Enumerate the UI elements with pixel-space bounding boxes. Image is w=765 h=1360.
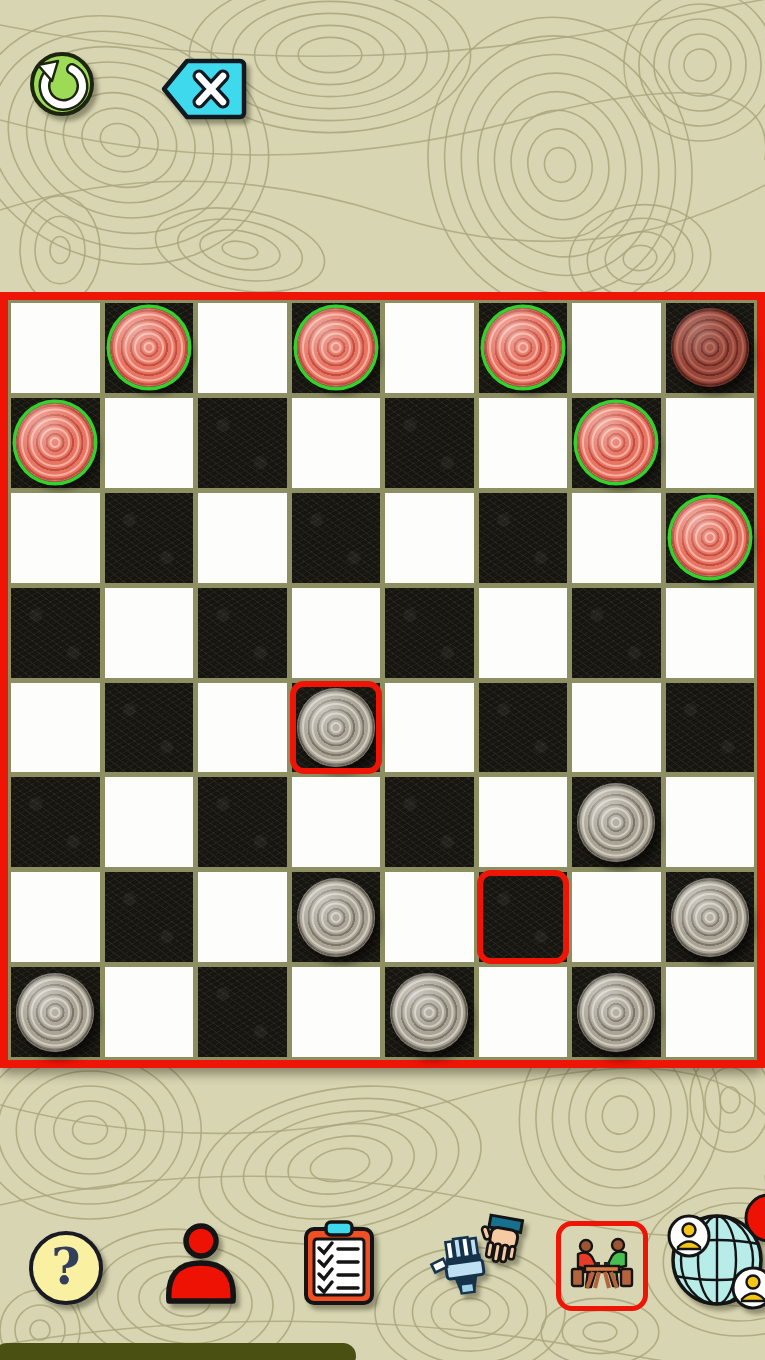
players-at-table-icon: [569, 1234, 635, 1298]
app-screen: ?: [0, 0, 765, 1360]
square-r1c7[interactable]: [572, 303, 661, 393]
red-piece[interactable]: [671, 308, 749, 387]
square-r7c5[interactable]: [385, 872, 474, 962]
backspace-x-icon: [164, 61, 244, 117]
restart-icon: [32, 54, 92, 114]
red-piece[interactable]: [110, 308, 188, 387]
square-r1c1[interactable]: [11, 303, 100, 393]
robot-hand-and-human-hand-icon: [428, 1214, 522, 1297]
square-r2c5[interactable]: [385, 398, 474, 488]
square-r4c6[interactable]: [479, 588, 568, 678]
square-r2c8[interactable]: [666, 398, 755, 488]
user-badge: [733, 1268, 765, 1308]
square-r4c7[interactable]: [572, 588, 661, 678]
gray-piece[interactable]: [577, 973, 655, 1052]
square-r6c4[interactable]: [292, 777, 381, 867]
square-r6c8[interactable]: [666, 777, 755, 867]
red-piece[interactable]: [297, 308, 375, 387]
vs-computer-button[interactable]: [428, 1212, 530, 1304]
gray-piece[interactable]: [297, 878, 375, 957]
two-player-local-button[interactable]: [556, 1221, 648, 1311]
checklist-clipboard-icon: [306, 1222, 372, 1303]
red-piece[interactable]: [577, 403, 655, 482]
profile-button[interactable]: [160, 1222, 242, 1306]
square-r7c6[interactable]: [479, 872, 568, 962]
square-r4c5[interactable]: [385, 588, 474, 678]
square-r2c6[interactable]: [479, 398, 568, 488]
square-r7c3[interactable]: [198, 872, 287, 962]
square-r8c5[interactable]: [385, 967, 474, 1057]
square-r4c3[interactable]: [198, 588, 287, 678]
globe-users-icon: [669, 1195, 765, 1308]
square-r2c2[interactable]: [105, 398, 194, 488]
square-r7c7[interactable]: [572, 872, 661, 962]
square-r8c8[interactable]: [666, 967, 755, 1057]
red-piece[interactable]: [484, 308, 562, 387]
square-r4c8[interactable]: [666, 588, 755, 678]
square-r5c7[interactable]: [572, 683, 661, 773]
square-r1c6[interactable]: [479, 303, 568, 393]
undo-button[interactable]: [160, 58, 248, 120]
square-r1c4[interactable]: [292, 303, 381, 393]
gray-piece[interactable]: [16, 973, 94, 1052]
square-r5c1[interactable]: [11, 683, 100, 773]
square-r3c3[interactable]: [198, 493, 287, 583]
svg-text:?: ?: [51, 1237, 80, 1296]
square-r5c5[interactable]: [385, 683, 474, 773]
square-r4c4[interactable]: [292, 588, 381, 678]
square-r3c1[interactable]: [11, 493, 100, 583]
square-r5c6[interactable]: [479, 683, 568, 773]
square-r6c2[interactable]: [105, 777, 194, 867]
square-r8c1[interactable]: [11, 967, 100, 1057]
square-r2c4[interactable]: [292, 398, 381, 488]
square-r8c6[interactable]: [479, 967, 568, 1057]
square-r7c8[interactable]: [666, 872, 755, 962]
user-badge: [669, 1216, 709, 1256]
square-r7c2[interactable]: [105, 872, 194, 962]
square-r1c8[interactable]: [666, 303, 755, 393]
square-r2c7[interactable]: [572, 398, 661, 488]
square-r5c4[interactable]: [292, 683, 381, 773]
square-r1c5[interactable]: [385, 303, 474, 393]
square-r3c2[interactable]: [105, 493, 194, 583]
banner-progress-bar: [0, 1343, 356, 1360]
gray-piece[interactable]: [577, 783, 655, 862]
restart-button[interactable]: [28, 48, 98, 122]
scoreboard-button[interactable]: [298, 1218, 380, 1308]
question-mark-icon: ?: [31, 1233, 101, 1303]
square-r2c3[interactable]: [198, 398, 287, 488]
square-r4c1[interactable]: [11, 588, 100, 678]
square-r3c6[interactable]: [479, 493, 568, 583]
square-r5c3[interactable]: [198, 683, 287, 773]
square-r6c1[interactable]: [11, 777, 100, 867]
square-r1c3[interactable]: [198, 303, 287, 393]
checkers-board: [0, 292, 765, 1068]
square-r6c6[interactable]: [479, 777, 568, 867]
square-r7c4[interactable]: [292, 872, 381, 962]
square-r7c1[interactable]: [11, 872, 100, 962]
square-r8c2[interactable]: [105, 967, 194, 1057]
square-r5c8[interactable]: [666, 683, 755, 773]
red-piece[interactable]: [16, 403, 94, 482]
square-r3c4[interactable]: [292, 493, 381, 583]
person-icon: [169, 1226, 233, 1301]
square-r6c5[interactable]: [385, 777, 474, 867]
square-r8c3[interactable]: [198, 967, 287, 1057]
square-r5c2[interactable]: [105, 683, 194, 773]
square-r4c2[interactable]: [105, 588, 194, 678]
square-r8c7[interactable]: [572, 967, 661, 1057]
gray-piece[interactable]: [671, 878, 749, 957]
square-r6c3[interactable]: [198, 777, 287, 867]
help-button[interactable]: ?: [27, 1229, 105, 1309]
square-r2c1[interactable]: [11, 398, 100, 488]
online-play-button[interactable]: [665, 1192, 765, 1316]
square-r3c5[interactable]: [385, 493, 474, 583]
square-r8c4[interactable]: [292, 967, 381, 1057]
gray-piece[interactable]: [390, 973, 468, 1052]
square-r3c7[interactable]: [572, 493, 661, 583]
gray-piece[interactable]: [297, 688, 375, 767]
square-r3c8[interactable]: [666, 493, 755, 583]
red-piece[interactable]: [671, 498, 749, 577]
square-r1c2[interactable]: [105, 303, 194, 393]
square-r6c7[interactable]: [572, 777, 661, 867]
